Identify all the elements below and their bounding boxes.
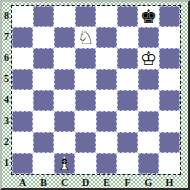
square-b6[interactable] (33, 48, 54, 69)
square-b8[interactable] (33, 6, 54, 27)
square-f6[interactable] (117, 48, 138, 69)
square-h3[interactable] (159, 111, 180, 132)
square-e1[interactable] (96, 153, 117, 174)
rank-label-1: 1 (2, 152, 11, 173)
square-d4[interactable] (75, 90, 96, 111)
square-e7[interactable] (96, 27, 117, 48)
file-label-a: A (12, 177, 33, 188)
square-b1[interactable] (33, 153, 54, 174)
square-e4[interactable] (96, 90, 117, 111)
square-h1[interactable] (159, 153, 180, 174)
square-h8[interactable] (159, 6, 180, 27)
square-h4[interactable] (159, 90, 180, 111)
white-king-fill: ♚ (138, 48, 159, 69)
square-a3[interactable] (12, 111, 33, 132)
square-c1[interactable]: ♝♗ (54, 153, 75, 174)
square-a5[interactable] (12, 69, 33, 90)
square-a4[interactable] (12, 90, 33, 111)
rank-label-5: 5 (2, 68, 11, 89)
square-d5[interactable] (75, 69, 96, 90)
square-c7[interactable] (54, 27, 75, 48)
square-h5[interactable] (159, 69, 180, 90)
white-knight-piece: ♘ (75, 27, 96, 48)
white-knight-fill: ♞ (75, 27, 96, 48)
square-d3[interactable] (75, 111, 96, 132)
square-h7[interactable] (159, 27, 180, 48)
square-a2[interactable] (12, 132, 33, 153)
square-e2[interactable] (96, 132, 117, 153)
square-f8[interactable] (117, 6, 138, 27)
square-g2[interactable] (138, 132, 159, 153)
square-c3[interactable] (54, 111, 75, 132)
file-label-h: H (159, 177, 180, 188)
square-b4[interactable] (33, 90, 54, 111)
white-king-piece: ♔ (138, 48, 159, 69)
square-f7[interactable] (117, 27, 138, 48)
white-bishop-fill: ♝ (54, 153, 75, 174)
square-b3[interactable] (33, 111, 54, 132)
chess-diagram: ♚♞♘♚♔♝♗ 87654321 ABCDEFGH (0, 0, 190, 190)
square-g5[interactable] (138, 69, 159, 90)
square-f2[interactable] (117, 132, 138, 153)
square-g8[interactable]: ♚ (138, 6, 159, 27)
file-label-d: D (75, 177, 96, 188)
square-d6[interactable] (75, 48, 96, 69)
white-bishop-piece: ♗ (54, 153, 75, 174)
rank-label-6: 6 (2, 47, 11, 68)
square-e6[interactable] (96, 48, 117, 69)
square-d8[interactable] (75, 6, 96, 27)
board: ♚♞♘♚♔♝♗ (11, 5, 181, 175)
black-king-piece: ♚ (138, 6, 159, 27)
square-g7[interactable] (138, 27, 159, 48)
square-c4[interactable] (54, 90, 75, 111)
rank-label-7: 7 (2, 26, 11, 47)
square-b7[interactable] (33, 27, 54, 48)
square-f1[interactable] (117, 153, 138, 174)
square-f5[interactable] (117, 69, 138, 90)
square-c8[interactable] (54, 6, 75, 27)
square-h2[interactable] (159, 132, 180, 153)
square-f4[interactable] (117, 90, 138, 111)
file-label-f: F (117, 177, 138, 188)
rank-label-3: 3 (2, 110, 11, 131)
square-d7[interactable]: ♞♘ (75, 27, 96, 48)
square-c2[interactable] (54, 132, 75, 153)
file-label-g: G (138, 177, 159, 188)
square-a8[interactable] (12, 6, 33, 27)
file-label-b: B (33, 177, 54, 188)
rank-label-2: 2 (2, 131, 11, 152)
square-a1[interactable] (12, 153, 33, 174)
square-g4[interactable] (138, 90, 159, 111)
square-d1[interactable] (75, 153, 96, 174)
square-f3[interactable] (117, 111, 138, 132)
square-b2[interactable] (33, 132, 54, 153)
file-label-c: C (54, 177, 75, 188)
square-a6[interactable] (12, 48, 33, 69)
square-e3[interactable] (96, 111, 117, 132)
square-c5[interactable] (54, 69, 75, 90)
square-c6[interactable] (54, 48, 75, 69)
rank-label-4: 4 (2, 89, 11, 110)
rank-label-8: 8 (2, 5, 11, 26)
square-g6[interactable]: ♚♔ (138, 48, 159, 69)
square-h6[interactable] (159, 48, 180, 69)
square-g1[interactable] (138, 153, 159, 174)
file-label-e: E (96, 177, 117, 188)
square-d2[interactable] (75, 132, 96, 153)
square-e5[interactable] (96, 69, 117, 90)
square-b5[interactable] (33, 69, 54, 90)
square-e8[interactable] (96, 6, 117, 27)
square-g3[interactable] (138, 111, 159, 132)
square-a7[interactable] (12, 27, 33, 48)
